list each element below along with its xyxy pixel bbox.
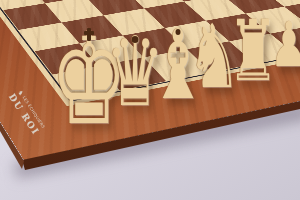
square-d4 [125,0,184,8]
square-e4 [164,0,223,2]
king-dark-cross-finial [87,28,91,41]
white-pawn-glyph: ♟ [270,14,300,76]
square-a5 [0,0,45,10]
chess-set-photo: ♞ LES ÉCHIQUIERS DU ROI ♚ ♛ ♝ ♞ ♜ ♟ [0,0,300,200]
queen-dark-ball-finial [132,36,139,43]
square-b5 [30,0,86,3]
piece-white-pawn: ♟ [254,22,300,67]
